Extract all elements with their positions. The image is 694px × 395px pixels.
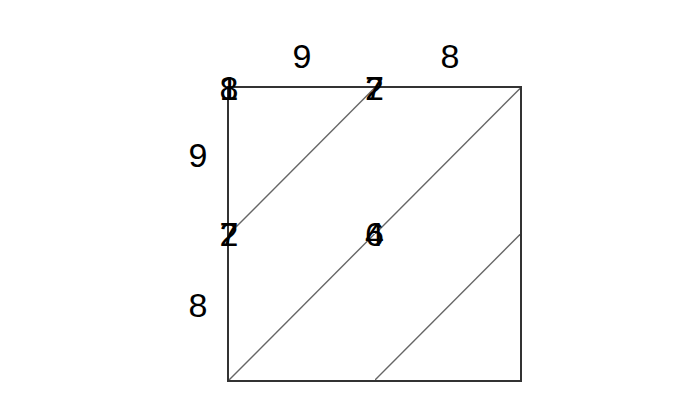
ones-digit: 1 [220, 71, 239, 105]
diagonal-line [229, 88, 375, 234]
row-label-bottom: 8 [189, 288, 208, 322]
column-label-right: 8 [441, 39, 460, 73]
row-label-top: 9 [189, 138, 208, 172]
diagonal-line [375, 234, 521, 380]
lattice-grid: 9 8 9 8 8 1 7 2 7 2 [227, 86, 522, 382]
ones-digit: 2 [220, 217, 239, 251]
diagonal-line [375, 88, 521, 234]
ones-digit: 2 [365, 71, 384, 105]
cell-bottom-left: 7 2 [229, 234, 375, 380]
cell-top-right: 7 2 [375, 88, 521, 234]
ones-digit: 4 [365, 217, 384, 251]
lattice-multiplication-diagram: 9 8 9 8 8 1 7 2 7 2 [0, 0, 694, 395]
diagonal-line [229, 234, 375, 380]
column-label-left: 9 [293, 39, 312, 73]
cell-bottom-right: 6 4 [375, 234, 521, 380]
cell-top-left: 8 1 [229, 88, 375, 234]
